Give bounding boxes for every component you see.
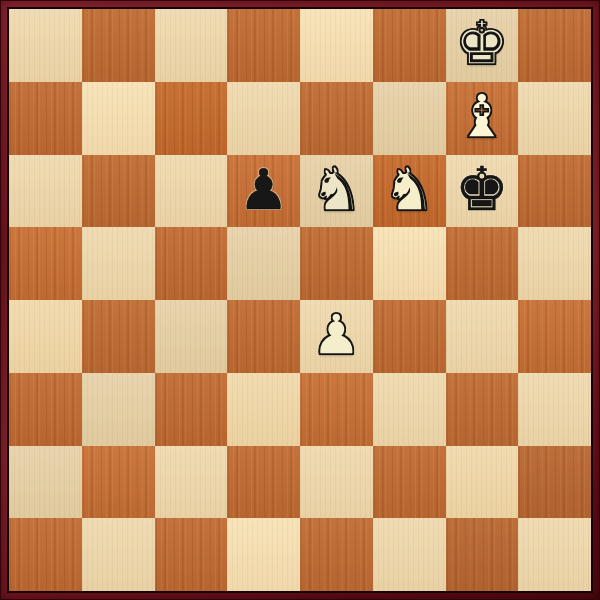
square-b8[interactable] (82, 9, 155, 82)
square-a1[interactable] (9, 518, 82, 591)
square-c4[interactable] (155, 300, 228, 373)
square-e2[interactable] (300, 446, 373, 519)
square-g3[interactable] (446, 373, 519, 446)
square-b5[interactable] (82, 227, 155, 300)
white-pawn-piece[interactable]: ♟ (311, 307, 361, 363)
square-b1[interactable] (82, 518, 155, 591)
square-h8[interactable] (518, 9, 591, 82)
square-a7[interactable] (9, 82, 82, 155)
square-h3[interactable] (518, 373, 591, 446)
chess-board: ♚♝♟♞♞♚♟ (9, 9, 591, 591)
square-a3[interactable] (9, 373, 82, 446)
square-b7[interactable] (82, 82, 155, 155)
square-h5[interactable] (518, 227, 591, 300)
square-g6[interactable]: ♚ (446, 155, 519, 228)
square-d6[interactable]: ♟ (227, 155, 300, 228)
square-a2[interactable] (9, 446, 82, 519)
square-e8[interactable] (300, 9, 373, 82)
square-b6[interactable] (82, 155, 155, 228)
square-f2[interactable] (373, 446, 446, 519)
square-e1[interactable] (300, 518, 373, 591)
square-h4[interactable] (518, 300, 591, 373)
black-pawn-piece[interactable]: ♟ (239, 162, 289, 218)
board-frame: ♚♝♟♞♞♚♟ (0, 0, 600, 600)
square-b4[interactable] (82, 300, 155, 373)
square-d2[interactable] (227, 446, 300, 519)
white-knight-piece[interactable]: ♞ (309, 159, 363, 219)
square-h1[interactable] (518, 518, 591, 591)
square-a4[interactable] (9, 300, 82, 373)
square-f3[interactable] (373, 373, 446, 446)
square-c6[interactable] (155, 155, 228, 228)
square-f1[interactable] (373, 518, 446, 591)
white-king-piece[interactable]: ♚ (455, 13, 509, 73)
square-b3[interactable] (82, 373, 155, 446)
square-e7[interactable] (300, 82, 373, 155)
square-c1[interactable] (155, 518, 228, 591)
square-h6[interactable] (518, 155, 591, 228)
square-f4[interactable] (373, 300, 446, 373)
square-e6[interactable]: ♞ (300, 155, 373, 228)
square-c7[interactable] (155, 82, 228, 155)
white-knight-piece[interactable]: ♞ (382, 159, 436, 219)
square-g4[interactable] (446, 300, 519, 373)
square-e4[interactable]: ♟ (300, 300, 373, 373)
square-f6[interactable]: ♞ (373, 155, 446, 228)
square-e5[interactable] (300, 227, 373, 300)
white-bishop-piece[interactable]: ♝ (455, 86, 509, 146)
square-a8[interactable] (9, 9, 82, 82)
square-c2[interactable] (155, 446, 228, 519)
square-a6[interactable] (9, 155, 82, 228)
square-c5[interactable] (155, 227, 228, 300)
square-g1[interactable] (446, 518, 519, 591)
square-d1[interactable] (227, 518, 300, 591)
square-g5[interactable] (446, 227, 519, 300)
square-c3[interactable] (155, 373, 228, 446)
board-inner-border: ♚♝♟♞♞♚♟ (7, 7, 593, 593)
square-f5[interactable] (373, 227, 446, 300)
square-c8[interactable] (155, 9, 228, 82)
square-h2[interactable] (518, 446, 591, 519)
square-d5[interactable] (227, 227, 300, 300)
square-g8[interactable]: ♚ (446, 9, 519, 82)
square-g2[interactable] (446, 446, 519, 519)
square-d7[interactable] (227, 82, 300, 155)
square-b2[interactable] (82, 446, 155, 519)
square-d8[interactable] (227, 9, 300, 82)
square-d3[interactable] (227, 373, 300, 446)
square-d4[interactable] (227, 300, 300, 373)
square-e3[interactable] (300, 373, 373, 446)
square-h7[interactable] (518, 82, 591, 155)
square-a5[interactable] (9, 227, 82, 300)
black-king-piece[interactable]: ♚ (455, 159, 509, 219)
square-f8[interactable] (373, 9, 446, 82)
square-g7[interactable]: ♝ (446, 82, 519, 155)
square-f7[interactable] (373, 82, 446, 155)
